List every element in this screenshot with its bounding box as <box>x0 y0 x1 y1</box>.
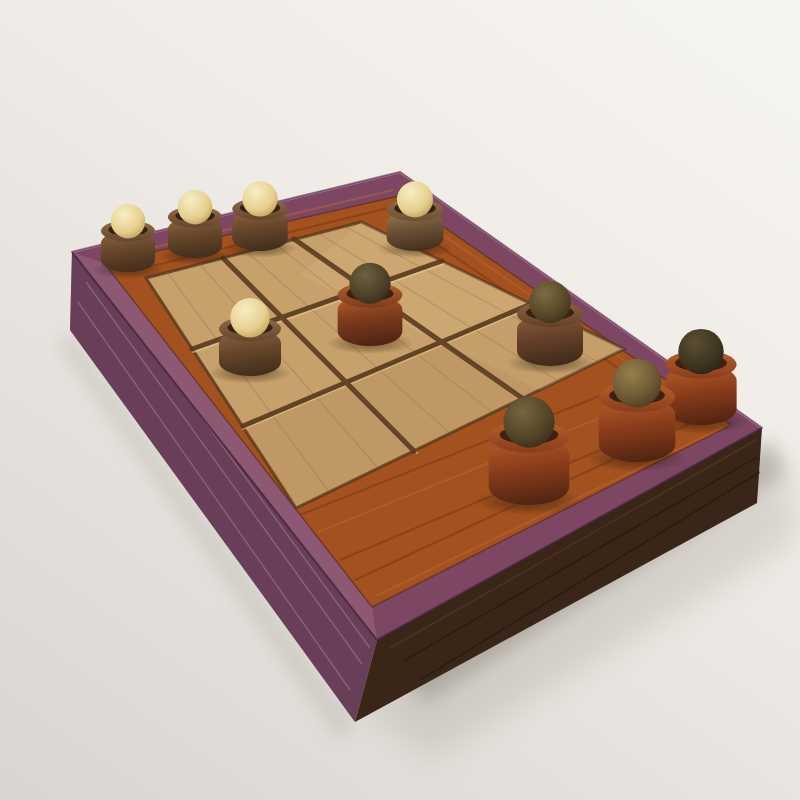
peg-ball <box>397 181 433 217</box>
peg-light-far-rail-2[interactable] <box>168 176 222 258</box>
peg-light-far-rail-3[interactable] <box>232 167 287 251</box>
peg-ball <box>242 181 277 216</box>
peg-dark-near-rail-2[interactable] <box>599 346 676 462</box>
peg-ball <box>349 263 390 304</box>
peg-dark-near-rail-3[interactable] <box>665 317 736 425</box>
pieces-layer <box>0 0 800 800</box>
peg-light-grid-row1-col0[interactable] <box>219 282 281 376</box>
peg-ball <box>503 396 554 447</box>
peg-light-far-rail-1[interactable] <box>101 190 155 272</box>
peg-ball <box>678 329 723 374</box>
peg-dark-grid-row1-col1[interactable] <box>338 248 403 346</box>
peg-ball <box>178 190 212 224</box>
peg-light-far-rail-4[interactable] <box>387 165 444 251</box>
peg-dark-grid-row2-col2[interactable] <box>517 266 583 366</box>
peg-ball <box>529 281 571 323</box>
peg-dark-near-rail-1[interactable] <box>489 383 570 505</box>
peg-ball <box>230 298 269 337</box>
photo-stage <box>0 0 800 800</box>
peg-ball <box>613 359 662 408</box>
peg-ball <box>111 204 145 238</box>
